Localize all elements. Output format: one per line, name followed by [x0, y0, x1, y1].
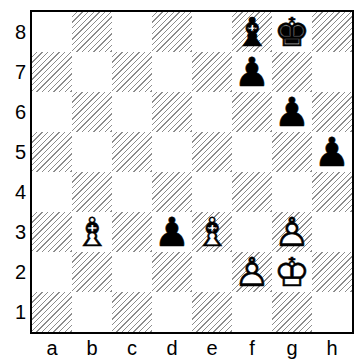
square-a4[interactable] [32, 172, 72, 212]
rank-label-7: 7 [0, 52, 26, 92]
square-a7[interactable] [32, 52, 72, 92]
square-h5[interactable]: ♟ [312, 132, 352, 172]
file-label-g: g [272, 336, 312, 360]
file-label-h: h [312, 336, 352, 360]
square-d6[interactable] [152, 92, 192, 132]
square-c2[interactable] [112, 252, 152, 292]
square-e6[interactable] [192, 92, 232, 132]
square-g1[interactable] [272, 292, 312, 332]
piece-black-pawn: ♟ [234, 52, 270, 92]
square-g5[interactable] [272, 132, 312, 172]
piece-white-king: ♔ [274, 252, 310, 292]
square-b3[interactable]: ♝♗ [72, 212, 112, 252]
rank-label-8: 8 [0, 12, 26, 52]
square-c1[interactable] [112, 292, 152, 332]
square-c3[interactable] [112, 212, 152, 252]
square-e7[interactable] [192, 52, 232, 92]
square-f5[interactable] [232, 132, 272, 172]
square-d1[interactable] [152, 292, 192, 332]
square-c7[interactable] [112, 52, 152, 92]
rank-label-5: 5 [0, 132, 26, 172]
square-g2[interactable]: ♚♔ [272, 252, 312, 292]
piece-white-bishop: ♗ [194, 212, 230, 252]
square-e2[interactable] [192, 252, 232, 292]
square-f1[interactable] [232, 292, 272, 332]
square-a8[interactable] [32, 12, 72, 52]
piece-white-pawn: ♙ [274, 212, 310, 252]
square-e1[interactable] [192, 292, 232, 332]
square-h1[interactable] [312, 292, 352, 332]
square-e5[interactable] [192, 132, 232, 172]
file-label-b: b [72, 336, 112, 360]
file-labels: abcdefgh [32, 336, 352, 360]
square-h7[interactable] [312, 52, 352, 92]
square-g6[interactable]: ♟ [272, 92, 312, 132]
square-e3[interactable]: ♝♗ [192, 212, 232, 252]
square-g3[interactable]: ♟♙ [272, 212, 312, 252]
rank-label-3: 3 [0, 212, 26, 252]
piece-white-bishop: ♗ [74, 212, 110, 252]
square-d7[interactable] [152, 52, 192, 92]
square-d2[interactable] [152, 252, 192, 292]
square-c5[interactable] [112, 132, 152, 172]
square-a2[interactable] [32, 252, 72, 292]
square-b5[interactable] [72, 132, 112, 172]
piece-black-pawn: ♟ [314, 132, 350, 172]
rank-label-4: 4 [0, 172, 26, 212]
square-g8[interactable]: ♚ [272, 12, 312, 52]
square-b7[interactable] [72, 52, 112, 92]
rank-label-6: 6 [0, 92, 26, 132]
square-h2[interactable] [312, 252, 352, 292]
rank-label-2: 2 [0, 252, 26, 292]
square-d4[interactable] [152, 172, 192, 212]
square-e8[interactable] [192, 12, 232, 52]
square-b8[interactable] [72, 12, 112, 52]
square-a1[interactable] [32, 292, 72, 332]
chess-diagram: 87654321 ♝♚♟♟♟♝♗♟♝♗♟♙♟♙♚♔ abcdefgh [0, 0, 362, 361]
file-label-d: d [152, 336, 192, 360]
file-label-f: f [232, 336, 272, 360]
square-g7[interactable] [272, 52, 312, 92]
square-f8[interactable]: ♝ [232, 12, 272, 52]
piece-black-pawn: ♟ [274, 92, 310, 132]
square-f7[interactable]: ♟ [232, 52, 272, 92]
square-d8[interactable] [152, 12, 192, 52]
piece-black-pawn: ♟ [154, 212, 190, 252]
square-d5[interactable] [152, 132, 192, 172]
square-f2[interactable]: ♟♙ [232, 252, 272, 292]
square-f4[interactable] [232, 172, 272, 212]
board: ♝♚♟♟♟♝♗♟♝♗♟♙♟♙♚♔ [30, 10, 354, 334]
square-b2[interactable] [72, 252, 112, 292]
file-label-c: c [112, 336, 152, 360]
square-h3[interactable] [312, 212, 352, 252]
square-b1[interactable] [72, 292, 112, 332]
square-h4[interactable] [312, 172, 352, 212]
piece-black-bishop: ♝ [234, 12, 270, 52]
square-f6[interactable] [232, 92, 272, 132]
square-b6[interactable] [72, 92, 112, 132]
square-a5[interactable] [32, 132, 72, 172]
square-a6[interactable] [32, 92, 72, 132]
square-h6[interactable] [312, 92, 352, 132]
square-c8[interactable] [112, 12, 152, 52]
rank-labels: 87654321 [0, 12, 26, 332]
square-g4[interactable] [272, 172, 312, 212]
piece-white-pawn: ♙ [234, 252, 270, 292]
square-a3[interactable] [32, 212, 72, 252]
piece-black-king: ♚ [274, 12, 310, 52]
file-label-a: a [32, 336, 72, 360]
square-f3[interactable] [232, 212, 272, 252]
file-label-e: e [192, 336, 232, 360]
square-c4[interactable] [112, 172, 152, 212]
square-b4[interactable] [72, 172, 112, 212]
square-h8[interactable] [312, 12, 352, 52]
square-c6[interactable] [112, 92, 152, 132]
rank-label-1: 1 [0, 292, 26, 332]
square-d3[interactable]: ♟ [152, 212, 192, 252]
square-e4[interactable] [192, 172, 232, 212]
